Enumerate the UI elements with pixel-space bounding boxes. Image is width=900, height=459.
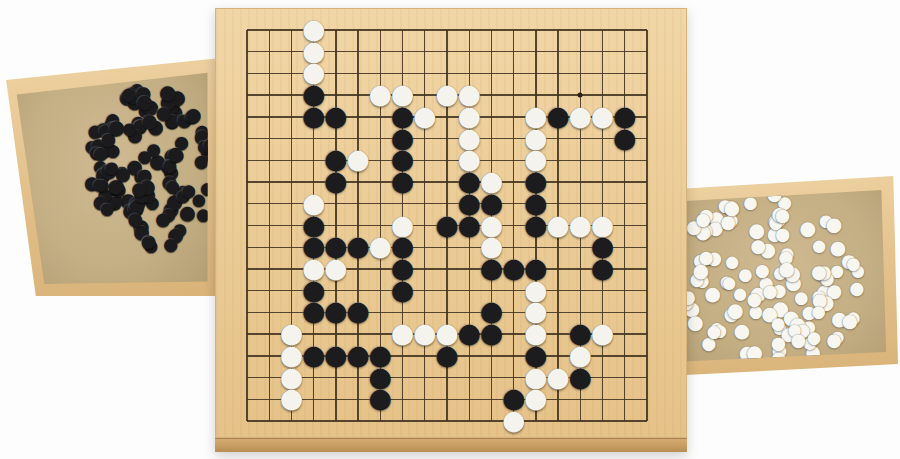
- black-stone: ●: [613, 124, 637, 151]
- tray-white-stone: ●: [771, 335, 786, 353]
- white-stone: ●: [391, 320, 415, 347]
- tray-black-stone: ●: [121, 86, 137, 104]
- tray-black-stone: ●: [181, 183, 196, 200]
- grid-line-horizontal: [247, 420, 647, 421]
- black-stone: ●: [391, 276, 415, 303]
- black-stone: ●: [302, 341, 326, 368]
- tray-white-stone: ●: [755, 262, 770, 279]
- tray-white-stone: ●: [696, 210, 711, 228]
- white-stone: ●: [369, 81, 393, 108]
- black-stone: ●: [346, 233, 370, 260]
- tray-black-stone: ●: [127, 210, 143, 228]
- tray-white-stone: ●: [846, 255, 861, 272]
- go-board: ●●●●●●●●●●●●●●●●●●●●●●●●●●●●●●●●●●●●●●●●…: [215, 8, 687, 452]
- black-stone: ●: [302, 102, 326, 129]
- white-stone: ●: [591, 320, 615, 347]
- tray-black-stone: ●: [141, 235, 155, 251]
- tray-white-stone: ●: [775, 227, 790, 245]
- white-tray-felt: ●●●●●●●●●●●●●●●●●●●●●●●●●●●●●●●●●●●●●●●●…: [661, 176, 898, 376]
- white-stone: ●: [502, 406, 526, 433]
- tray-black-stone: ●: [104, 160, 118, 177]
- black-stone: ●: [324, 298, 348, 325]
- tray-white-stone: ●: [771, 314, 786, 331]
- tray-white-stone: ●: [738, 266, 753, 283]
- black-stone: ●: [369, 385, 393, 412]
- white-stone: ●: [591, 102, 615, 129]
- white-stone: ●: [569, 102, 593, 129]
- tray-white-stone: ●: [849, 280, 864, 297]
- tray-white-stone: ●: [720, 213, 736, 231]
- white-stone: ●: [280, 385, 304, 412]
- star-point: [578, 93, 583, 98]
- tray-white-stone: ●: [812, 238, 826, 254]
- tray-white-stone: ●: [693, 260, 710, 279]
- white-stone: ●: [346, 146, 370, 173]
- tray-white-stone: ●: [826, 332, 842, 350]
- black-stone: ●: [457, 320, 481, 347]
- go-board-side-edge: [215, 438, 687, 452]
- black-stone: ●: [569, 363, 593, 390]
- tray-black-stone: ●: [141, 112, 157, 131]
- tray-white-stone: ●: [807, 329, 822, 346]
- black-stone: ●: [391, 167, 415, 194]
- black-stone: ●: [457, 211, 481, 238]
- white-stone: ●: [413, 320, 437, 347]
- white-stone: ●: [569, 211, 593, 238]
- black-stone: ●: [480, 320, 504, 347]
- black-stone: ●: [435, 211, 459, 238]
- black-stone: ●: [591, 254, 615, 281]
- white-stone: ●: [413, 102, 437, 129]
- tray-black-stone: ●: [159, 83, 176, 103]
- black-stone: ●: [435, 341, 459, 368]
- tray-black-stone: ●: [92, 177, 106, 193]
- tray-white-stone: ●: [725, 254, 739, 270]
- grid-line-vertical: [646, 30, 647, 421]
- tray-black-stone: ●: [137, 148, 152, 165]
- white-stone: ●: [369, 233, 393, 260]
- black-stone: ●: [324, 167, 348, 194]
- black-stone: ●: [324, 341, 348, 368]
- grid-line-vertical: [513, 30, 514, 421]
- tray-black-stone: ●: [156, 104, 172, 122]
- tray-white-stone: ●: [775, 208, 791, 226]
- black-stone-tray: ●●●●●●●●●●●●●●●●●●●●●●●●●●●●●●●●●●●●●●●●…: [4, 56, 216, 296]
- white-stone: ●: [324, 254, 348, 281]
- tray-white-stone: ●: [841, 311, 858, 330]
- tray-white-stone: ●: [746, 290, 762, 308]
- go-board-face: ●●●●●●●●●●●●●●●●●●●●●●●●●●●●●●●●●●●●●●●●…: [215, 8, 687, 438]
- tray-white-stone: ●: [722, 275, 736, 291]
- tray-white-stone: ●: [762, 282, 778, 300]
- tray-white-stone: ●: [778, 259, 795, 278]
- tray-black-stone: ●: [167, 144, 184, 163]
- tray-white-stone: ●: [811, 263, 827, 281]
- tray-white-stone: ●: [706, 323, 721, 340]
- white-stone: ●: [546, 363, 570, 390]
- tray-black-stone: ●: [108, 119, 125, 139]
- white-stone: ●: [435, 81, 459, 108]
- tray-white-stone: ●: [734, 321, 751, 340]
- tray-white-stone: ●: [825, 214, 842, 233]
- grid-line-vertical: [624, 30, 625, 421]
- tray-black-stone: ●: [185, 106, 201, 125]
- tray-white-stone: ●: [687, 314, 704, 334]
- black-stone: ●: [480, 254, 504, 281]
- white-stone: ●: [524, 385, 548, 412]
- tray-black-stone: ●: [163, 236, 178, 253]
- tray-black-stone: ●: [136, 92, 153, 111]
- go-board-photo: ●●●●●●●●●●●●●●●●●●●●●●●●●●●●●●●●●●●●●●●●…: [0, 0, 900, 459]
- black-stone: ●: [524, 211, 548, 238]
- black-stone: ●: [324, 102, 348, 129]
- black-stone: ●: [502, 254, 526, 281]
- tray-white-stone: ●: [811, 303, 826, 320]
- tray-white-stone: ●: [750, 237, 766, 255]
- tray-black-stone: ●: [131, 180, 147, 198]
- grid-line-horizontal: [247, 399, 647, 400]
- tray-white-stone: ●: [790, 331, 806, 349]
- tray-white-stone: ●: [727, 301, 744, 321]
- tray-black-stone: ●: [100, 201, 114, 217]
- black-stone: ●: [302, 298, 326, 325]
- black-stone: ●: [346, 298, 370, 325]
- white-stone-tray: ●●●●●●●●●●●●●●●●●●●●●●●●●●●●●●●●●●●●●●●●…: [661, 176, 898, 376]
- go-grid: ●●●●●●●●●●●●●●●●●●●●●●●●●●●●●●●●●●●●●●●●…: [247, 30, 647, 421]
- black-stone: ●: [546, 102, 570, 129]
- black-stone: ●: [346, 341, 370, 368]
- white-stone: ●: [546, 211, 570, 238]
